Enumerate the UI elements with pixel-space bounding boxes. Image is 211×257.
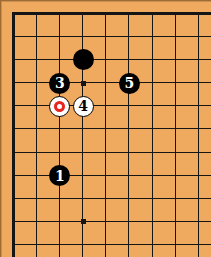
stone-white-circled [49,96,70,117]
move-number: 1 [55,168,65,182]
star-point [81,219,86,224]
move-number: 4 [78,99,88,113]
intersection-grid: 3541 [2,2,210,257]
circle-mark-icon [54,101,65,112]
go-board: 3541 [2,2,211,257]
stone-white-4: 4 [73,96,94,117]
board-frame: 3541 [1,1,211,257]
move-number: 3 [55,76,65,90]
stone-black-3: 3 [49,73,70,94]
stone-black-plain [73,49,94,70]
go-board-diagram: 3541 [0,0,211,257]
star-point [81,81,86,86]
stone-black-5: 5 [119,73,140,94]
move-number: 5 [124,76,134,90]
stone-black-1: 1 [49,165,70,186]
